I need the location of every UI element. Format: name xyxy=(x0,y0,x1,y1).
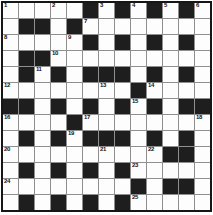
open-cell[interactable] xyxy=(51,19,66,34)
open-cell[interactable] xyxy=(195,131,210,146)
open-cell[interactable]: 23 xyxy=(131,163,146,178)
block-cell xyxy=(147,3,162,18)
open-cell[interactable] xyxy=(99,19,114,34)
open-cell[interactable] xyxy=(67,147,82,162)
open-cell[interactable] xyxy=(163,51,178,66)
clue-number: 14 xyxy=(148,82,154,89)
clue-number: 21 xyxy=(100,146,106,153)
open-cell[interactable] xyxy=(35,83,50,98)
open-cell[interactable]: 13 xyxy=(99,83,114,98)
clue-number: 20 xyxy=(4,146,10,153)
open-cell[interactable] xyxy=(195,179,210,194)
open-cell[interactable] xyxy=(67,163,82,178)
open-cell[interactable] xyxy=(67,99,82,114)
clue-number: 24 xyxy=(4,178,10,185)
clue-number: 5 xyxy=(164,2,167,9)
open-cell[interactable] xyxy=(131,115,146,130)
open-cell[interactable] xyxy=(35,35,50,50)
block-cell xyxy=(19,195,34,210)
block-cell xyxy=(19,131,34,146)
block-cell xyxy=(83,35,98,50)
crossword-grid: 1234567891011121314151617181920212223242… xyxy=(1,1,212,212)
open-cell[interactable] xyxy=(131,19,146,34)
open-cell[interactable] xyxy=(163,195,178,210)
block-cell xyxy=(147,35,162,50)
open-cell[interactable] xyxy=(51,35,66,50)
block-cell xyxy=(19,51,34,66)
open-cell[interactable] xyxy=(35,163,50,178)
open-cell[interactable] xyxy=(19,179,34,194)
open-cell[interactable]: 3 xyxy=(99,3,114,18)
clue-number: 16 xyxy=(4,114,10,121)
open-cell[interactable] xyxy=(115,147,130,162)
open-cell[interactable] xyxy=(163,99,178,114)
open-cell[interactable] xyxy=(163,131,178,146)
open-cell[interactable] xyxy=(67,179,82,194)
open-cell[interactable]: 24 xyxy=(3,179,18,194)
open-cell[interactable] xyxy=(195,19,210,34)
open-cell[interactable] xyxy=(99,99,114,114)
open-cell[interactable]: 20 xyxy=(3,147,18,162)
open-cell[interactable]: 11 xyxy=(35,67,50,82)
open-cell[interactable] xyxy=(163,83,178,98)
open-cell[interactable] xyxy=(67,67,82,82)
open-cell[interactable] xyxy=(115,83,130,98)
open-cell[interactable] xyxy=(99,163,114,178)
block-cell xyxy=(115,35,130,50)
block-cell xyxy=(83,131,98,146)
open-cell[interactable] xyxy=(115,19,130,34)
clue-number: 22 xyxy=(148,146,154,153)
block-cell xyxy=(99,131,114,146)
open-cell[interactable]: 5 xyxy=(163,3,178,18)
open-cell[interactable]: 4 xyxy=(131,3,146,18)
open-cell[interactable] xyxy=(99,115,114,130)
block-cell xyxy=(51,195,66,210)
block-cell xyxy=(3,99,18,114)
open-cell[interactable] xyxy=(195,195,210,210)
block-cell xyxy=(115,131,130,146)
open-cell[interactable] xyxy=(195,67,210,82)
block-cell xyxy=(147,99,162,114)
open-cell[interactable] xyxy=(51,115,66,130)
open-cell[interactable] xyxy=(163,67,178,82)
block-cell xyxy=(179,179,194,194)
clue-number: 11 xyxy=(36,66,42,73)
open-cell[interactable] xyxy=(19,115,34,130)
open-cell[interactable]: 9 xyxy=(67,35,82,50)
open-cell[interactable] xyxy=(195,147,210,162)
clue-number: 12 xyxy=(4,82,10,89)
clue-number: 18 xyxy=(196,114,202,121)
block-cell xyxy=(147,131,162,146)
clue-number: 7 xyxy=(84,18,87,25)
open-cell[interactable] xyxy=(131,51,146,66)
open-cell[interactable]: 2 xyxy=(51,3,66,18)
open-cell[interactable] xyxy=(147,179,162,194)
open-cell[interactable] xyxy=(163,115,178,130)
block-cell xyxy=(115,99,130,114)
block-cell xyxy=(179,99,194,114)
block-cell xyxy=(19,19,34,34)
clue-number: 19 xyxy=(68,130,74,137)
open-cell[interactable] xyxy=(115,51,130,66)
block-cell xyxy=(115,195,130,210)
clue-number: 17 xyxy=(84,114,90,121)
block-cell xyxy=(179,3,194,18)
open-cell[interactable] xyxy=(115,115,130,130)
clue-number: 23 xyxy=(132,162,138,169)
open-cell[interactable] xyxy=(147,51,162,66)
block-cell xyxy=(195,99,210,114)
clue-number: 6 xyxy=(196,2,199,9)
open-cell[interactable] xyxy=(163,19,178,34)
block-cell xyxy=(115,163,130,178)
block-cell xyxy=(83,195,98,210)
open-cell[interactable]: 12 xyxy=(3,83,18,98)
open-cell[interactable] xyxy=(3,131,18,146)
open-cell[interactable]: 1 xyxy=(3,3,18,18)
open-cell[interactable] xyxy=(83,179,98,194)
open-cell[interactable] xyxy=(19,147,34,162)
open-cell[interactable] xyxy=(51,147,66,162)
clue-number: 15 xyxy=(132,98,138,105)
block-cell xyxy=(163,179,178,194)
open-cell[interactable]: 7 xyxy=(83,19,98,34)
clue-number: 1 xyxy=(4,2,7,9)
clue-number: 8 xyxy=(4,34,7,41)
open-cell[interactable] xyxy=(179,83,194,98)
open-cell[interactable] xyxy=(35,115,50,130)
block-cell xyxy=(35,51,50,66)
open-cell[interactable] xyxy=(19,35,34,50)
open-cell[interactable] xyxy=(67,83,82,98)
crossword-page: 1234567891011121314151617181920212223242… xyxy=(0,0,213,215)
open-cell[interactable] xyxy=(35,195,50,210)
open-cell[interactable] xyxy=(3,67,18,82)
open-cell[interactable] xyxy=(51,83,66,98)
open-cell[interactable] xyxy=(3,19,18,34)
open-cell[interactable] xyxy=(179,195,194,210)
open-cell[interactable] xyxy=(131,35,146,50)
open-cell[interactable] xyxy=(163,163,178,178)
open-cell[interactable] xyxy=(35,3,50,18)
open-cell[interactable] xyxy=(3,51,18,66)
open-cell[interactable] xyxy=(179,115,194,130)
open-cell[interactable] xyxy=(195,51,210,66)
open-cell[interactable]: 17 xyxy=(83,115,98,130)
open-cell[interactable] xyxy=(131,131,146,146)
open-cell[interactable] xyxy=(35,131,50,146)
open-cell[interactable] xyxy=(99,51,114,66)
block-cell xyxy=(147,67,162,82)
open-cell[interactable] xyxy=(99,35,114,50)
open-cell[interactable]: 6 xyxy=(195,3,210,18)
clue-number: 25 xyxy=(132,194,138,201)
open-cell[interactable] xyxy=(163,35,178,50)
open-cell[interactable] xyxy=(35,99,50,114)
block-cell xyxy=(19,99,34,114)
open-cell[interactable] xyxy=(147,115,162,130)
open-cell[interactable] xyxy=(67,51,82,66)
open-cell[interactable] xyxy=(147,19,162,34)
clue-number: 2 xyxy=(52,2,55,9)
open-cell[interactable] xyxy=(35,147,50,162)
open-cell[interactable]: 21 xyxy=(99,147,114,162)
open-cell[interactable]: 16 xyxy=(3,115,18,130)
clue-number: 9 xyxy=(68,34,71,41)
open-cell[interactable] xyxy=(35,179,50,194)
open-cell[interactable] xyxy=(3,163,18,178)
open-cell[interactable] xyxy=(195,163,210,178)
block-cell xyxy=(51,99,66,114)
open-cell[interactable] xyxy=(83,147,98,162)
open-cell[interactable] xyxy=(147,195,162,210)
block-cell xyxy=(115,3,130,18)
open-cell[interactable] xyxy=(67,3,82,18)
block-cell xyxy=(67,19,82,34)
open-cell[interactable] xyxy=(115,179,130,194)
open-cell[interactable] xyxy=(99,195,114,210)
open-cell[interactable] xyxy=(179,51,194,66)
block-cell xyxy=(131,83,146,98)
open-cell[interactable] xyxy=(99,179,114,194)
block-cell xyxy=(83,163,98,178)
block-cell xyxy=(19,67,34,82)
open-cell[interactable]: 19 xyxy=(67,131,82,146)
open-cell[interactable] xyxy=(147,163,162,178)
block-cell xyxy=(179,35,194,50)
open-cell[interactable] xyxy=(131,147,146,162)
block-cell xyxy=(179,67,194,82)
open-cell[interactable] xyxy=(195,35,210,50)
block-cell xyxy=(179,131,194,146)
open-cell[interactable] xyxy=(19,83,34,98)
block-cell xyxy=(83,67,98,82)
open-cell[interactable] xyxy=(131,67,146,82)
open-cell[interactable]: 14 xyxy=(147,83,162,98)
clue-number: 13 xyxy=(100,82,106,89)
open-cell[interactable] xyxy=(3,195,18,210)
clue-number: 10 xyxy=(52,50,58,57)
open-cell[interactable]: 15 xyxy=(131,99,146,114)
block-cell xyxy=(163,147,178,162)
open-cell[interactable] xyxy=(19,3,34,18)
clue-number: 3 xyxy=(100,2,103,9)
block-cell xyxy=(51,67,66,82)
block-cell xyxy=(115,67,130,82)
open-cell[interactable] xyxy=(51,179,66,194)
block-cell xyxy=(19,163,34,178)
block-cell xyxy=(99,67,114,82)
open-cell[interactable] xyxy=(83,51,98,66)
open-cell[interactable] xyxy=(83,83,98,98)
block-cell xyxy=(179,147,194,162)
open-cell[interactable] xyxy=(67,195,82,210)
open-cell[interactable]: 10 xyxy=(51,51,66,66)
block-cell xyxy=(83,99,98,114)
open-cell[interactable] xyxy=(179,19,194,34)
block-cell xyxy=(83,3,98,18)
open-cell[interactable]: 18 xyxy=(195,115,210,130)
open-cell[interactable] xyxy=(195,83,210,98)
clue-number: 4 xyxy=(132,2,135,9)
block-cell xyxy=(131,179,146,194)
block-cell xyxy=(51,163,66,178)
block-cell xyxy=(67,115,82,130)
block-cell xyxy=(35,19,50,34)
open-cell[interactable]: 25 xyxy=(131,195,146,210)
open-cell[interactable]: 8 xyxy=(3,35,18,50)
open-cell[interactable]: 22 xyxy=(147,147,162,162)
open-cell[interactable] xyxy=(179,163,194,178)
block-cell xyxy=(51,131,66,146)
